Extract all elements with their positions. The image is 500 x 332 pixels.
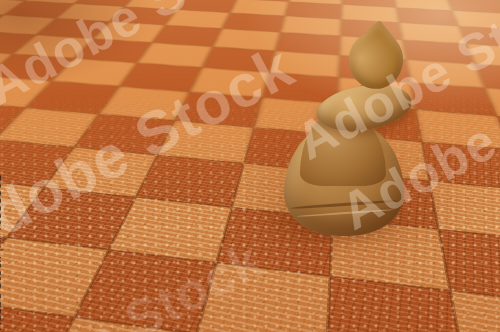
chessboard-sharp-layer xyxy=(0,0,500,332)
stock-id-label: Adobe Stock | #46355591 xyxy=(0,174,4,330)
stock-photo-chessboard: Adobe Stock Adobe Stock Adobe Stock Adob… xyxy=(0,0,500,332)
board-square xyxy=(450,291,500,332)
pawn-finial xyxy=(337,21,416,100)
white-pawn-piece xyxy=(270,24,410,238)
board-square xyxy=(197,263,330,332)
chessboard-focused xyxy=(0,0,500,25)
